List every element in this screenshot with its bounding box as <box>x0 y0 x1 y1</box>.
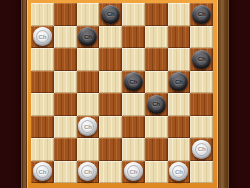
square-r2c4 <box>99 26 122 49</box>
square-r7c2[interactable] <box>54 138 77 161</box>
square-r6c6 <box>145 116 168 139</box>
square-r5c6[interactable]: Ch <box>145 93 168 116</box>
square-r6c8 <box>190 116 213 139</box>
piece-monogram: Ch <box>198 146 206 152</box>
piece-dark[interactable]: Ch <box>78 27 97 46</box>
square-r2c7[interactable] <box>168 26 191 49</box>
square-r5c4[interactable] <box>99 93 122 116</box>
piece-monogram: Ch <box>38 169 46 175</box>
square-r2c1[interactable]: Ch <box>31 26 54 49</box>
square-r2c2 <box>54 26 77 49</box>
square-r3c8[interactable]: Ch <box>190 48 213 71</box>
square-r4c4 <box>99 71 122 94</box>
piece-light[interactable]: Ch <box>78 162 97 181</box>
square-r1c7 <box>168 3 191 26</box>
square-r8c6 <box>145 161 168 184</box>
square-r2c6 <box>145 26 168 49</box>
square-r8c8 <box>190 161 213 184</box>
square-r6c3[interactable]: Ch <box>77 116 100 139</box>
square-r5c3 <box>77 93 100 116</box>
square-r2c3[interactable]: Ch <box>77 26 100 49</box>
piece-light[interactable]: Ch <box>192 140 211 159</box>
square-r1c1 <box>31 3 54 26</box>
square-r4c5[interactable]: Ch <box>122 71 145 94</box>
square-r8c1[interactable]: Ch <box>31 161 54 184</box>
piece-monogram: Ch <box>198 56 206 62</box>
square-r3c3 <box>77 48 100 71</box>
square-r1c5 <box>122 3 145 26</box>
square-r5c1 <box>31 93 54 116</box>
piece-monogram: Ch <box>175 169 183 175</box>
square-r7c3 <box>77 138 100 161</box>
square-r7c8[interactable]: Ch <box>190 138 213 161</box>
piece-light[interactable]: Ch <box>33 27 52 46</box>
square-r7c6[interactable] <box>145 138 168 161</box>
square-r4c7[interactable]: Ch <box>168 71 191 94</box>
piece-light[interactable]: Ch <box>33 162 52 181</box>
square-r1c3 <box>77 3 100 26</box>
square-r8c5[interactable]: Ch <box>122 161 145 184</box>
square-r7c1 <box>31 138 54 161</box>
piece-monogram: Ch <box>198 11 206 17</box>
piece-dark[interactable]: Ch <box>147 95 166 114</box>
square-r3c2[interactable] <box>54 48 77 71</box>
piece-dark[interactable]: Ch <box>124 72 143 91</box>
piece-light[interactable]: Ch <box>169 162 188 181</box>
square-r5c2[interactable] <box>54 93 77 116</box>
square-r7c7 <box>168 138 191 161</box>
square-r1c2[interactable] <box>54 3 77 26</box>
piece-light[interactable]: Ch <box>78 117 97 136</box>
piece-monogram: Ch <box>152 101 160 107</box>
piece-dark[interactable]: Ch <box>169 72 188 91</box>
square-r5c5 <box>122 93 145 116</box>
piece-dark[interactable]: Ch <box>192 5 211 24</box>
square-r3c5 <box>122 48 145 71</box>
square-r7c5 <box>122 138 145 161</box>
piece-monogram: Ch <box>84 34 92 40</box>
square-r3c4[interactable] <box>99 48 122 71</box>
square-r6c5[interactable] <box>122 116 145 139</box>
piece-monogram: Ch <box>84 169 92 175</box>
square-r4c8 <box>190 71 213 94</box>
square-r4c6 <box>145 71 168 94</box>
square-r1c4[interactable]: Ch <box>99 3 122 26</box>
square-r3c1 <box>31 48 54 71</box>
square-r1c6[interactable] <box>145 3 168 26</box>
game-background: ChChChChChChChChChChChChChCh <box>0 0 250 188</box>
square-r4c2 <box>54 71 77 94</box>
square-r2c5[interactable] <box>122 26 145 49</box>
piece-monogram: Ch <box>84 124 92 130</box>
square-r4c1[interactable] <box>31 71 54 94</box>
square-r2c8 <box>190 26 213 49</box>
square-r6c2 <box>54 116 77 139</box>
piece-monogram: Ch <box>107 11 115 17</box>
square-r6c7[interactable] <box>168 116 191 139</box>
square-r8c3[interactable]: Ch <box>77 161 100 184</box>
square-r8c7[interactable]: Ch <box>168 161 191 184</box>
piece-dark[interactable]: Ch <box>192 50 211 69</box>
square-r6c1[interactable] <box>31 116 54 139</box>
square-r3c7 <box>168 48 191 71</box>
piece-dark[interactable]: Ch <box>101 5 120 24</box>
square-r4c3[interactable] <box>77 71 100 94</box>
square-r5c7 <box>168 93 191 116</box>
square-r6c4 <box>99 116 122 139</box>
checkers-board: ChChChChChChChChChChChChChCh <box>31 3 213 183</box>
square-r3c6[interactable] <box>145 48 168 71</box>
square-r5c8[interactable] <box>190 93 213 116</box>
square-r7c4[interactable] <box>99 138 122 161</box>
piece-monogram: Ch <box>129 79 137 85</box>
piece-monogram: Ch <box>129 169 137 175</box>
square-r8c2 <box>54 161 77 184</box>
piece-light[interactable]: Ch <box>124 162 143 181</box>
square-r8c4 <box>99 161 122 184</box>
piece-monogram: Ch <box>38 34 46 40</box>
piece-monogram: Ch <box>175 79 183 85</box>
square-r1c8[interactable]: Ch <box>190 3 213 26</box>
